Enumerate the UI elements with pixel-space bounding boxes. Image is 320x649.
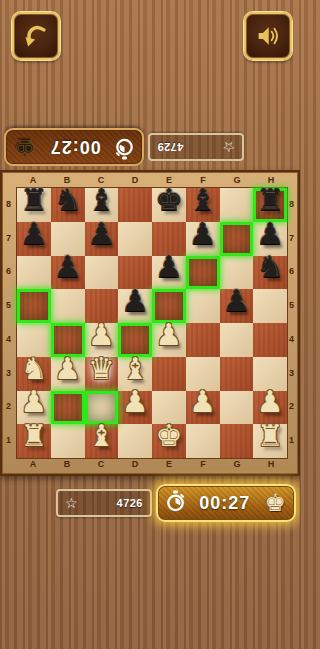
file-label-E: E [152, 173, 186, 187]
file-label-F: F [186, 173, 220, 187]
square-h3[interactable] [253, 357, 287, 391]
black-rook-a8: ♜ [20, 185, 47, 215]
star-icon: ☆ [222, 140, 235, 154]
white-pawn-a2: ♟ [20, 387, 47, 417]
square-a3[interactable]: ♞ [17, 357, 51, 391]
file-label-G: G [220, 173, 254, 187]
square-e8[interactable]: ♚ [152, 188, 186, 222]
file-label-D: D [118, 173, 152, 187]
white-rook-h1: ♜ [257, 421, 284, 451]
square-e1[interactable]: ♚ [152, 424, 186, 458]
chess-board-frame: ABCDEFGH ABCDEFGH 87654321 87654321 ♜♞♝♚… [0, 170, 300, 476]
square-b6[interactable]: ♟ [51, 256, 85, 290]
star-icon: ☆ [65, 496, 78, 510]
white-pawn-d2: ♟ [122, 387, 149, 417]
black-pawn-h7: ♟ [257, 219, 284, 249]
square-d5[interactable]: ♟ [118, 289, 152, 323]
white-bishop-d3: ♝ [122, 354, 149, 384]
black-bishop-c8: ♝ [88, 185, 115, 215]
square-e6[interactable]: ♟ [152, 256, 186, 290]
square-d4[interactable] [118, 323, 152, 357]
square-g7[interactable] [220, 222, 254, 256]
square-b4[interactable] [51, 323, 85, 357]
file-label-H: H [254, 173, 288, 187]
square-f5[interactable] [186, 289, 220, 323]
square-c3[interactable]: ♛ [85, 357, 119, 391]
stopwatch-icon [115, 134, 134, 160]
square-e2[interactable] [152, 391, 186, 425]
square-e4[interactable]: ♟ [152, 323, 186, 357]
black-knight-h6: ♞ [257, 252, 284, 282]
square-g4[interactable] [220, 323, 254, 357]
square-g5[interactable]: ♟ [220, 289, 254, 323]
rank-label-8: 8 [2, 187, 15, 221]
square-c8[interactable]: ♝ [85, 188, 119, 222]
square-a2[interactable]: ♟ [17, 391, 51, 425]
square-c4[interactable]: ♟ [85, 323, 119, 357]
white-pawn-h2: ♟ [257, 387, 284, 417]
player-timer: 00:27 [199, 493, 250, 514]
white-bishop-c1: ♝ [88, 421, 115, 451]
square-e7[interactable] [152, 222, 186, 256]
square-d2[interactable]: ♟ [118, 391, 152, 425]
sound-button[interactable] [244, 12, 292, 60]
black-king-e8: ♚ [155, 185, 182, 215]
square-f2[interactable]: ♟ [186, 391, 220, 425]
square-f7[interactable]: ♟ [186, 222, 220, 256]
rank-label-4: 4 [2, 322, 15, 356]
square-d3[interactable]: ♝ [118, 357, 152, 391]
speaker-icon [255, 23, 281, 49]
square-h6[interactable]: ♞ [253, 256, 287, 290]
black-pawn-c7: ♟ [88, 219, 115, 249]
square-b8[interactable]: ♞ [51, 188, 85, 222]
square-a8[interactable]: ♜ [17, 188, 51, 222]
black-pawn-d5: ♟ [122, 286, 149, 316]
rank-label-7: 7 [2, 221, 15, 255]
square-f6[interactable] [186, 256, 220, 290]
player-timer-panel: 00:27 ♚ [156, 484, 296, 522]
square-h7[interactable]: ♟ [253, 222, 287, 256]
rank-label-6: 6 [2, 255, 15, 289]
file-label-A: A [16, 173, 50, 187]
rank-labels-left: 87654321 [2, 187, 15, 457]
black-bishop-f8: ♝ [189, 185, 216, 215]
white-king-e1: ♚ [155, 421, 182, 451]
square-c7[interactable]: ♟ [85, 222, 119, 256]
white-king-icon: ♚ [264, 491, 286, 515]
square-g1[interactable] [220, 424, 254, 458]
player-bar: ☆ 4726 00:27 ♚ [0, 478, 300, 528]
black-pawn-f7: ♟ [189, 219, 216, 249]
square-g8[interactable] [220, 188, 254, 222]
white-pawn-e4: ♟ [155, 320, 182, 350]
file-label-C: C [84, 173, 118, 187]
square-b7[interactable] [51, 222, 85, 256]
square-b5[interactable] [51, 289, 85, 323]
black-pawn-a7: ♟ [20, 219, 47, 249]
square-a1[interactable]: ♜ [17, 424, 51, 458]
undo-arrow-icon [22, 22, 50, 50]
rank-label-3: 3 [2, 356, 15, 390]
square-d8[interactable] [118, 188, 152, 222]
square-c6[interactable] [85, 256, 119, 290]
white-knight-a3: ♞ [20, 354, 47, 384]
square-b3[interactable]: ♟ [51, 357, 85, 391]
black-rook-h8: ♜ [257, 185, 284, 215]
square-g3[interactable] [220, 357, 254, 391]
square-a6[interactable] [17, 256, 51, 290]
square-g2[interactable] [220, 391, 254, 425]
file-labels-top: ABCDEFGH [16, 173, 288, 187]
white-rook-a1: ♜ [20, 421, 47, 451]
square-f3[interactable] [186, 357, 220, 391]
opponent-bar: ☆ 4729 00:27 ♚ [0, 122, 300, 172]
square-b2[interactable] [51, 391, 85, 425]
square-d7[interactable] [118, 222, 152, 256]
square-a4[interactable] [17, 323, 51, 357]
back-button[interactable] [12, 12, 60, 60]
player-rating-panel: ☆ 4726 [56, 489, 152, 517]
square-b1[interactable] [51, 424, 85, 458]
square-a7[interactable]: ♟ [17, 222, 51, 256]
black-pawn-g5: ♟ [223, 286, 250, 316]
black-knight-b8: ♞ [54, 185, 81, 215]
square-f1[interactable] [186, 424, 220, 458]
square-h2[interactable]: ♟ [253, 391, 287, 425]
chess-board: ♜♞♝♚♝♜♟♟♟♟♟♟♞♟♟♟♟♞♟♛♝♟♟♟♟♜♝♚♜ [16, 187, 288, 459]
file-label-B: B [50, 173, 84, 187]
square-h4[interactable] [253, 323, 287, 357]
square-e3[interactable] [152, 357, 186, 391]
square-h5[interactable] [253, 289, 287, 323]
square-c2[interactable] [85, 391, 119, 425]
square-f8[interactable]: ♝ [186, 188, 220, 222]
square-g6[interactable] [220, 256, 254, 290]
opponent-timer: 00:27 [50, 137, 101, 158]
square-e5[interactable] [152, 289, 186, 323]
stopwatch-icon [166, 490, 185, 516]
player-rating: 4726 [84, 497, 143, 509]
opponent-timer-panel: 00:27 ♚ [4, 128, 144, 166]
rank-label-2: 2 [2, 390, 15, 424]
opponent-rating-panel: ☆ 4729 [148, 133, 244, 161]
square-a5[interactable] [17, 289, 51, 323]
white-pawn-c4: ♟ [88, 320, 115, 350]
black-king-icon: ♚ [14, 135, 36, 159]
black-pawn-e6: ♟ [155, 252, 182, 282]
white-queen-c3: ♛ [88, 354, 115, 384]
square-d1[interactable] [118, 424, 152, 458]
square-c1[interactable]: ♝ [85, 424, 119, 458]
black-pawn-b6: ♟ [54, 252, 81, 282]
square-c5[interactable] [85, 289, 119, 323]
rank-label-1: 1 [2, 423, 15, 457]
rank-label-5: 5 [2, 288, 15, 322]
white-pawn-f2: ♟ [189, 387, 216, 417]
square-d6[interactable] [118, 256, 152, 290]
opponent-rating: 4729 [157, 141, 216, 153]
white-pawn-b3: ♟ [54, 354, 81, 384]
square-h1[interactable]: ♜ [253, 424, 287, 458]
square-h8[interactable]: ♜ [253, 188, 287, 222]
square-f4[interactable] [186, 323, 220, 357]
